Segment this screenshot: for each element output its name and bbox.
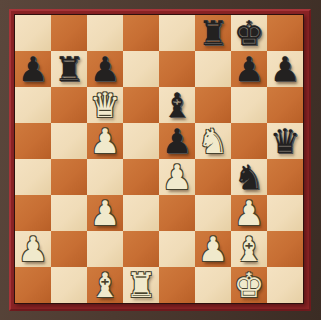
square-d1[interactable]: ♜ <box>123 267 159 303</box>
piece-black-queen-h5[interactable]: ♛ <box>270 123 300 159</box>
square-f3[interactable] <box>195 195 231 231</box>
square-h7[interactable]: ♟ <box>267 51 303 87</box>
square-d4[interactable] <box>123 159 159 195</box>
square-a8[interactable] <box>15 15 51 51</box>
piece-white-king-g1[interactable]: ♚ <box>234 267 264 303</box>
square-h8[interactable] <box>267 15 303 51</box>
square-b4[interactable] <box>51 159 87 195</box>
square-g8[interactable]: ♚ <box>231 15 267 51</box>
square-b7[interactable]: ♜ <box>51 51 87 87</box>
square-f2[interactable]: ♟ <box>195 231 231 267</box>
square-f1[interactable] <box>195 267 231 303</box>
square-e8[interactable] <box>159 15 195 51</box>
square-e6[interactable]: ♝ <box>159 87 195 123</box>
square-g1[interactable]: ♚ <box>231 267 267 303</box>
square-a1[interactable] <box>15 267 51 303</box>
square-h4[interactable] <box>267 159 303 195</box>
piece-white-knight-f5[interactable]: ♞ <box>198 123 228 159</box>
piece-white-pawn-e4[interactable]: ♟ <box>162 159 192 195</box>
square-g5[interactable] <box>231 123 267 159</box>
piece-white-pawn-a2[interactable]: ♟ <box>18 231 48 267</box>
square-b5[interactable] <box>51 123 87 159</box>
square-g7[interactable]: ♟ <box>231 51 267 87</box>
piece-black-knight-g4[interactable]: ♞ <box>234 159 264 195</box>
piece-black-rook-f8[interactable]: ♜ <box>198 15 228 51</box>
piece-black-king-g8[interactable]: ♚ <box>234 15 264 51</box>
square-d6[interactable] <box>123 87 159 123</box>
square-c7[interactable]: ♟ <box>87 51 123 87</box>
piece-black-pawn-e5[interactable]: ♟ <box>162 123 192 159</box>
square-g2[interactable]: ♝ <box>231 231 267 267</box>
square-c1[interactable]: ♝ <box>87 267 123 303</box>
square-d8[interactable] <box>123 15 159 51</box>
square-c6[interactable]: ♛ <box>87 87 123 123</box>
square-e4[interactable]: ♟ <box>159 159 195 195</box>
square-e5[interactable]: ♟ <box>159 123 195 159</box>
piece-white-pawn-f2[interactable]: ♟ <box>198 231 228 267</box>
square-d3[interactable] <box>123 195 159 231</box>
square-c8[interactable] <box>87 15 123 51</box>
wooden-frame: ♜♚♟♜♟♟♟♛♝♟♟♞♛♟♞♟♟♟♟♝♝♜♚ <box>0 0 321 320</box>
piece-white-pawn-c3[interactable]: ♟ <box>90 195 120 231</box>
square-b1[interactable] <box>51 267 87 303</box>
piece-white-pawn-g3[interactable]: ♟ <box>234 195 264 231</box>
square-b3[interactable] <box>51 195 87 231</box>
square-f5[interactable]: ♞ <box>195 123 231 159</box>
square-g6[interactable] <box>231 87 267 123</box>
square-e7[interactable] <box>159 51 195 87</box>
square-a6[interactable] <box>15 87 51 123</box>
chess-board: ♜♚♟♜♟♟♟♛♝♟♟♞♛♟♞♟♟♟♟♝♝♜♚ <box>14 14 304 304</box>
square-a5[interactable] <box>15 123 51 159</box>
square-c5[interactable]: ♟ <box>87 123 123 159</box>
piece-white-bishop-g2[interactable]: ♝ <box>234 231 264 267</box>
piece-black-pawn-g7[interactable]: ♟ <box>234 51 264 87</box>
square-c3[interactable]: ♟ <box>87 195 123 231</box>
square-e2[interactable] <box>159 231 195 267</box>
square-f4[interactable] <box>195 159 231 195</box>
square-c4[interactable] <box>87 159 123 195</box>
piece-white-queen-c6[interactable]: ♛ <box>90 87 120 123</box>
square-c2[interactable] <box>87 231 123 267</box>
square-h3[interactable] <box>267 195 303 231</box>
square-h2[interactable] <box>267 231 303 267</box>
square-a2[interactable]: ♟ <box>15 231 51 267</box>
square-d5[interactable] <box>123 123 159 159</box>
piece-black-bishop-e6[interactable]: ♝ <box>162 87 192 123</box>
piece-black-pawn-h7[interactable]: ♟ <box>270 51 300 87</box>
square-f7[interactable] <box>195 51 231 87</box>
square-d7[interactable] <box>123 51 159 87</box>
square-e3[interactable] <box>159 195 195 231</box>
square-a7[interactable]: ♟ <box>15 51 51 87</box>
piece-black-pawn-a7[interactable]: ♟ <box>18 51 48 87</box>
square-a3[interactable] <box>15 195 51 231</box>
square-d2[interactable] <box>123 231 159 267</box>
square-h5[interactable]: ♛ <box>267 123 303 159</box>
square-g4[interactable]: ♞ <box>231 159 267 195</box>
piece-black-rook-b7[interactable]: ♜ <box>54 51 84 87</box>
square-b2[interactable] <box>51 231 87 267</box>
piece-white-rook-d1[interactable]: ♜ <box>126 267 156 303</box>
piece-white-pawn-c5[interactable]: ♟ <box>90 123 120 159</box>
square-f6[interactable] <box>195 87 231 123</box>
square-e1[interactable] <box>159 267 195 303</box>
square-a4[interactable] <box>15 159 51 195</box>
square-g3[interactable]: ♟ <box>231 195 267 231</box>
square-h1[interactable] <box>267 267 303 303</box>
square-b8[interactable] <box>51 15 87 51</box>
piece-white-bishop-c1[interactable]: ♝ <box>90 267 120 303</box>
square-f8[interactable]: ♜ <box>195 15 231 51</box>
square-b6[interactable] <box>51 87 87 123</box>
square-h6[interactable] <box>267 87 303 123</box>
piece-black-pawn-c7[interactable]: ♟ <box>90 51 120 87</box>
